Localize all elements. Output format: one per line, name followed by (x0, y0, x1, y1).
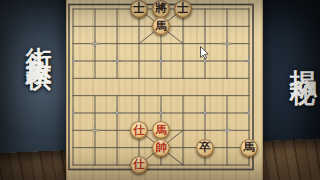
right-title: 揭秘 (285, 48, 320, 68)
piece-black-horse[interactable]: 馬 (152, 17, 170, 35)
piece-red-advisor[interactable]: 仕 (130, 121, 148, 139)
piece-black-soldier[interactable]: 卒 (196, 139, 214, 157)
piece-black-general[interactable]: 將 (152, 0, 170, 18)
piece-red-horse[interactable]: 馬 (152, 121, 170, 139)
video-frame: 街头象棋 揭秘 士將士馬仕馬帥卒馬仕 (0, 0, 320, 180)
piece-red-advisor[interactable]: 仕 (130, 156, 148, 174)
xiangqi-board[interactable]: 士將士馬仕馬帥卒馬仕 (66, 0, 263, 180)
piece-red-general[interactable]: 帥 (152, 139, 170, 157)
piece-black-advisor[interactable]: 士 (130, 0, 148, 18)
pieces-layer: 士將士馬仕馬帥卒馬仕 (66, 0, 263, 180)
left-title: 街头象棋 (22, 26, 57, 50)
piece-black-advisor[interactable]: 士 (174, 0, 192, 18)
piece-black-horse[interactable]: 馬 (240, 139, 258, 157)
